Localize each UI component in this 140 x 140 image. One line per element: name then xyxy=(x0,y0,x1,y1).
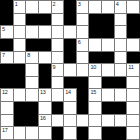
cell-r6c2[interactable] xyxy=(26,77,38,89)
black-cell-r1c0 xyxy=(1,14,13,26)
cell-r4c1[interactable] xyxy=(14,52,26,64)
clue-number-9: 9 xyxy=(53,64,56,70)
cell-r9c5[interactable] xyxy=(64,115,76,127)
cell-r0c1[interactable]: 1 xyxy=(14,1,26,13)
clue-number-11: 11 xyxy=(128,64,133,70)
black-cell-r1c8 xyxy=(102,14,114,26)
black-cell-r6c8 xyxy=(102,77,114,89)
cell-r2c4[interactable] xyxy=(52,26,64,38)
cell-r2c1[interactable] xyxy=(14,26,26,38)
cell-r10c2[interactable] xyxy=(26,127,38,139)
cell-r10c0[interactable]: 17 xyxy=(1,127,13,139)
cell-r5c8[interactable] xyxy=(102,64,114,76)
black-cell-r3c3 xyxy=(39,39,51,51)
crossword-board: 1234567891011121314151617 xyxy=(0,0,140,140)
cell-r3c10[interactable] xyxy=(127,39,139,51)
clue-number-10: 10 xyxy=(90,64,96,70)
cell-r4c4[interactable] xyxy=(52,52,64,64)
black-cell-r10c4 xyxy=(52,127,64,139)
black-cell-r3c0 xyxy=(1,39,13,51)
cell-r0c10[interactable] xyxy=(127,1,139,13)
cell-r0c2[interactable] xyxy=(26,1,38,13)
clue-number-5: 5 xyxy=(2,26,5,32)
clue-number-14: 14 xyxy=(65,89,71,95)
cell-r8c10[interactable] xyxy=(127,102,139,114)
clue-number-6: 6 xyxy=(78,39,81,45)
black-cell-r6c6 xyxy=(77,77,89,89)
black-cell-r8c2 xyxy=(26,102,38,114)
cell-r5c2[interactable] xyxy=(26,64,38,76)
cell-r9c4[interactable] xyxy=(52,115,64,127)
cell-r7c10[interactable] xyxy=(127,89,139,101)
cell-r7c4[interactable] xyxy=(52,89,64,101)
cell-r10c3[interactable] xyxy=(39,127,51,139)
clue-number-17: 17 xyxy=(2,127,8,133)
clue-number-3: 3 xyxy=(78,1,81,7)
black-cell-r0c5 xyxy=(64,1,76,13)
cell-r2c9[interactable] xyxy=(115,26,127,38)
black-cell-r7c6 xyxy=(77,89,89,101)
clue-number-1: 1 xyxy=(15,1,18,7)
cell-r9c7[interactable] xyxy=(89,115,101,127)
cell-r3c8[interactable] xyxy=(102,39,114,51)
black-cell-r6c9 xyxy=(115,77,127,89)
cell-r4c9[interactable] xyxy=(115,52,127,64)
clue-number-2: 2 xyxy=(53,1,56,7)
black-cell-r1c10 xyxy=(127,14,139,26)
black-cell-r1c5 xyxy=(64,14,76,26)
cell-r4c0[interactable]: 7 xyxy=(1,52,13,64)
cell-r8c5[interactable] xyxy=(64,102,76,114)
cell-r9c6[interactable] xyxy=(77,115,89,127)
black-cell-r1c2 xyxy=(26,14,38,26)
black-cell-r8c9 xyxy=(115,102,127,114)
cell-r7c5[interactable]: 14 xyxy=(64,89,76,101)
cell-r0c9[interactable]: 4 xyxy=(115,1,127,13)
cell-r5c5[interactable] xyxy=(64,64,76,76)
black-cell-r2c7 xyxy=(89,26,101,38)
cell-r1c1[interactable] xyxy=(14,14,26,26)
black-cell-r5c3 xyxy=(39,64,51,76)
clue-number-7: 7 xyxy=(2,52,5,58)
black-cell-r6c0 xyxy=(1,77,13,89)
cell-r2c2[interactable] xyxy=(26,26,38,38)
cell-r10c5[interactable] xyxy=(64,127,76,139)
black-cell-r4c7 xyxy=(89,52,101,64)
cell-r8c3[interactable] xyxy=(39,102,51,114)
cell-r7c1[interactable] xyxy=(14,89,26,101)
black-cell-r5c1 xyxy=(14,64,26,76)
cell-r7c2[interactable] xyxy=(26,89,38,101)
clue-number-12: 12 xyxy=(2,89,8,95)
black-cell-r0c0 xyxy=(1,1,13,13)
cell-r7c3[interactable]: 13 xyxy=(39,89,51,101)
cell-r2c6[interactable] xyxy=(77,26,89,38)
black-cell-r3c2 xyxy=(26,39,38,51)
cell-r5c6[interactable] xyxy=(77,64,89,76)
clue-number-13: 13 xyxy=(40,89,46,95)
black-cell-r4c8 xyxy=(102,52,114,64)
cell-r2c5[interactable] xyxy=(64,26,76,38)
black-cell-r5c0 xyxy=(1,64,13,76)
black-cell-r8c8 xyxy=(102,102,114,114)
cell-r3c9[interactable] xyxy=(115,39,127,51)
cell-r9c10[interactable] xyxy=(127,115,139,127)
cell-r1c9[interactable] xyxy=(115,14,127,26)
black-cell-r2c8 xyxy=(102,26,114,38)
cell-r5c9[interactable] xyxy=(115,64,127,76)
cell-r4c3[interactable] xyxy=(39,52,51,64)
cell-r3c6[interactable]: 6 xyxy=(77,39,89,51)
cell-r0c6[interactable]: 3 xyxy=(77,1,89,13)
cell-r0c3[interactable] xyxy=(39,1,51,13)
cell-r2c0[interactable]: 5 xyxy=(1,26,13,38)
black-cell-r3c5 xyxy=(64,39,76,51)
clue-number-16: 16 xyxy=(40,115,46,121)
black-cell-r4c10 xyxy=(127,52,139,64)
cell-r10c7[interactable] xyxy=(89,127,101,139)
black-cell-r2c10 xyxy=(127,26,139,38)
cell-r4c6[interactable] xyxy=(77,52,89,64)
crossword-grid: 1234567891011121314151617 xyxy=(1,1,139,139)
cell-r7c8[interactable] xyxy=(102,89,114,101)
cell-r8c0[interactable] xyxy=(1,102,13,114)
cell-r10c10[interactable] xyxy=(127,127,139,139)
cell-r0c8[interactable] xyxy=(102,1,114,13)
cell-r0c7[interactable] xyxy=(89,1,101,13)
cell-r3c1[interactable] xyxy=(14,39,26,51)
clue-number-8: 8 xyxy=(27,52,30,58)
black-cell-r10c9 xyxy=(115,127,127,139)
black-cell-r8c4 xyxy=(52,102,64,114)
black-cell-r10c6 xyxy=(77,127,89,139)
cell-r9c8[interactable] xyxy=(102,115,114,127)
black-cell-r6c1 xyxy=(14,77,26,89)
cell-r9c0[interactable] xyxy=(1,115,13,127)
cell-r7c9[interactable] xyxy=(115,89,127,101)
black-cell-r9c2 xyxy=(26,115,38,127)
cell-r4c2[interactable]: 8 xyxy=(26,52,38,64)
black-cell-r6c5 xyxy=(64,77,76,89)
cell-r9c9[interactable] xyxy=(115,115,127,127)
cell-r1c4[interactable] xyxy=(52,14,64,26)
cell-r2c3[interactable] xyxy=(39,26,51,38)
cell-r5c10[interactable]: 11 xyxy=(127,64,139,76)
cell-r5c4[interactable]: 9 xyxy=(52,64,64,76)
black-cell-r8c6 xyxy=(77,102,89,114)
black-cell-r4c5 xyxy=(64,52,76,64)
cell-r6c10[interactable] xyxy=(127,77,139,89)
cell-r7c7[interactable]: 15 xyxy=(89,89,101,101)
cell-r1c6[interactable] xyxy=(77,14,89,26)
black-cell-r10c8 xyxy=(102,127,114,139)
clue-number-15: 15 xyxy=(90,89,96,95)
cell-r6c4[interactable] xyxy=(52,77,64,89)
black-cell-r1c3 xyxy=(39,14,51,26)
cell-r7c0[interactable]: 12 xyxy=(1,89,13,101)
clue-number-4: 4 xyxy=(116,1,119,7)
black-cell-r6c3 xyxy=(39,77,51,89)
cell-r6c7[interactable] xyxy=(89,77,101,89)
cell-r3c7[interactable] xyxy=(89,39,101,51)
cell-r0c4[interactable]: 2 xyxy=(52,1,64,13)
black-cell-r1c7 xyxy=(89,14,101,26)
cell-r10c1[interactable] xyxy=(14,127,26,139)
cell-r8c7[interactable] xyxy=(89,102,101,114)
black-cell-r8c1 xyxy=(14,102,26,114)
cell-r3c4[interactable] xyxy=(52,39,64,51)
cell-r5c7[interactable]: 10 xyxy=(89,64,101,76)
cell-r9c3[interactable]: 16 xyxy=(39,115,51,127)
black-cell-r9c1 xyxy=(14,115,26,127)
